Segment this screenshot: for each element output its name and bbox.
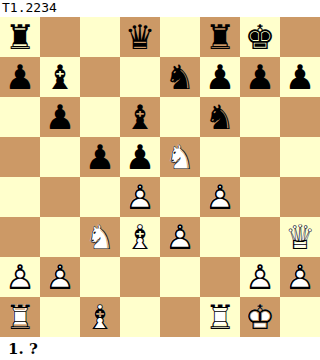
square-c8[interactable]: [80, 17, 120, 57]
square-f1[interactable]: ♜♖: [200, 297, 240, 337]
white-rook-fill: ♜: [0, 297, 40, 337]
square-c2[interactable]: [80, 257, 120, 297]
square-g5[interactable]: [240, 137, 280, 177]
black-pawn: ♟: [120, 137, 160, 177]
square-g3[interactable]: [240, 217, 280, 257]
square-d7[interactable]: [120, 57, 160, 97]
square-b3[interactable]: [40, 217, 80, 257]
square-e3[interactable]: ♟♙: [160, 217, 200, 257]
square-a3[interactable]: [0, 217, 40, 257]
square-d3[interactable]: ♝♗: [120, 217, 160, 257]
square-g6[interactable]: [240, 97, 280, 137]
chess-diagram-window: T1.2234 ♜♛♜♚♟♝♞♟♟♟♟♝♞♟♟♞♘♟♙♟♙♞♘♝♗♟♙♛♕♟♙♟…: [0, 0, 320, 360]
square-f8[interactable]: ♜: [200, 17, 240, 57]
white-pawn-fill: ♟: [120, 177, 160, 217]
white-pawn: ♙: [120, 177, 160, 217]
square-c6[interactable]: [80, 97, 120, 137]
square-h3[interactable]: ♛♕: [280, 217, 320, 257]
black-pawn: ♟: [0, 57, 40, 97]
white-pawn-fill: ♟: [40, 257, 80, 297]
square-e7[interactable]: ♞: [160, 57, 200, 97]
square-f5[interactable]: [200, 137, 240, 177]
white-knight: ♘: [160, 137, 200, 177]
square-a4[interactable]: [0, 177, 40, 217]
square-d1[interactable]: [120, 297, 160, 337]
white-pawn-fill: ♟: [280, 257, 320, 297]
square-f4[interactable]: ♟♙: [200, 177, 240, 217]
square-e6[interactable]: [160, 97, 200, 137]
white-queen-fill: ♛: [280, 217, 320, 257]
black-rook: ♜: [0, 17, 40, 57]
square-g7[interactable]: ♟: [240, 57, 280, 97]
square-h6[interactable]: [280, 97, 320, 137]
square-b2[interactable]: ♟♙: [40, 257, 80, 297]
white-pawn: ♙: [280, 257, 320, 297]
square-e2[interactable]: [160, 257, 200, 297]
white-rook: ♖: [0, 297, 40, 337]
square-d2[interactable]: [120, 257, 160, 297]
white-knight-fill: ♞: [80, 217, 120, 257]
square-b1[interactable]: [40, 297, 80, 337]
square-e8[interactable]: [160, 17, 200, 57]
square-f3[interactable]: [200, 217, 240, 257]
white-pawn-fill: ♟: [0, 257, 40, 297]
white-bishop: ♗: [80, 297, 120, 337]
square-a2[interactable]: ♟♙: [0, 257, 40, 297]
black-pawn: ♟: [240, 57, 280, 97]
square-e4[interactable]: [160, 177, 200, 217]
white-pawn: ♙: [240, 257, 280, 297]
square-d4[interactable]: ♟♙: [120, 177, 160, 217]
square-h4[interactable]: [280, 177, 320, 217]
square-f7[interactable]: ♟: [200, 57, 240, 97]
square-a5[interactable]: [0, 137, 40, 177]
square-h7[interactable]: ♟: [280, 57, 320, 97]
black-queen: ♛: [120, 17, 160, 57]
square-c1[interactable]: ♝♗: [80, 297, 120, 337]
white-bishop-fill: ♝: [80, 297, 120, 337]
square-f6[interactable]: ♞: [200, 97, 240, 137]
white-rook-fill: ♜: [200, 297, 240, 337]
white-king: ♔: [240, 297, 280, 337]
white-pawn: ♙: [40, 257, 80, 297]
puzzle-title: T1.2234: [0, 0, 320, 17]
square-h1[interactable]: [280, 297, 320, 337]
move-prompt: 1. ?: [0, 337, 320, 360]
black-knight: ♞: [160, 57, 200, 97]
square-g2[interactable]: ♟♙: [240, 257, 280, 297]
square-e5[interactable]: ♞♘: [160, 137, 200, 177]
black-king: ♚: [240, 17, 280, 57]
square-a7[interactable]: ♟: [0, 57, 40, 97]
square-b4[interactable]: [40, 177, 80, 217]
square-b7[interactable]: ♝: [40, 57, 80, 97]
square-g8[interactable]: ♚: [240, 17, 280, 57]
white-pawn-fill: ♟: [240, 257, 280, 297]
white-pawn: ♙: [160, 217, 200, 257]
square-a6[interactable]: [0, 97, 40, 137]
square-b8[interactable]: [40, 17, 80, 57]
black-knight: ♞: [200, 97, 240, 137]
square-g1[interactable]: ♚♔: [240, 297, 280, 337]
white-knight: ♘: [80, 217, 120, 257]
square-h2[interactable]: ♟♙: [280, 257, 320, 297]
square-b6[interactable]: ♟: [40, 97, 80, 137]
white-pawn: ♙: [200, 177, 240, 217]
black-rook: ♜: [200, 17, 240, 57]
white-king-fill: ♚: [240, 297, 280, 337]
white-pawn: ♙: [0, 257, 40, 297]
black-bishop: ♝: [40, 57, 80, 97]
black-pawn: ♟: [200, 57, 240, 97]
white-knight-fill: ♞: [160, 137, 200, 177]
white-pawn-fill: ♟: [160, 217, 200, 257]
square-g4[interactable]: [240, 177, 280, 217]
black-pawn: ♟: [280, 57, 320, 97]
square-a1[interactable]: ♜♖: [0, 297, 40, 337]
square-c7[interactable]: [80, 57, 120, 97]
square-f2[interactable]: [200, 257, 240, 297]
square-h8[interactable]: [280, 17, 320, 57]
square-a8[interactable]: ♜: [0, 17, 40, 57]
white-rook: ♖: [200, 297, 240, 337]
white-bishop: ♗: [120, 217, 160, 257]
square-d6[interactable]: ♝: [120, 97, 160, 137]
black-pawn: ♟: [40, 97, 80, 137]
square-c4[interactable]: [80, 177, 120, 217]
square-e1[interactable]: [160, 297, 200, 337]
square-b5[interactable]: [40, 137, 80, 177]
white-queen: ♕: [280, 217, 320, 257]
square-c3[interactable]: ♞♘: [80, 217, 120, 257]
square-c5[interactable]: ♟: [80, 137, 120, 177]
white-pawn-fill: ♟: [200, 177, 240, 217]
square-d5[interactable]: ♟: [120, 137, 160, 177]
black-bishop: ♝: [120, 97, 160, 137]
white-bishop-fill: ♝: [120, 217, 160, 257]
square-d8[interactable]: ♛: [120, 17, 160, 57]
black-pawn: ♟: [80, 137, 120, 177]
square-h5[interactable]: [280, 137, 320, 177]
chess-board: ♜♛♜♚♟♝♞♟♟♟♟♝♞♟♟♞♘♟♙♟♙♞♘♝♗♟♙♛♕♟♙♟♙♟♙♟♙♜♖♝…: [0, 17, 320, 337]
